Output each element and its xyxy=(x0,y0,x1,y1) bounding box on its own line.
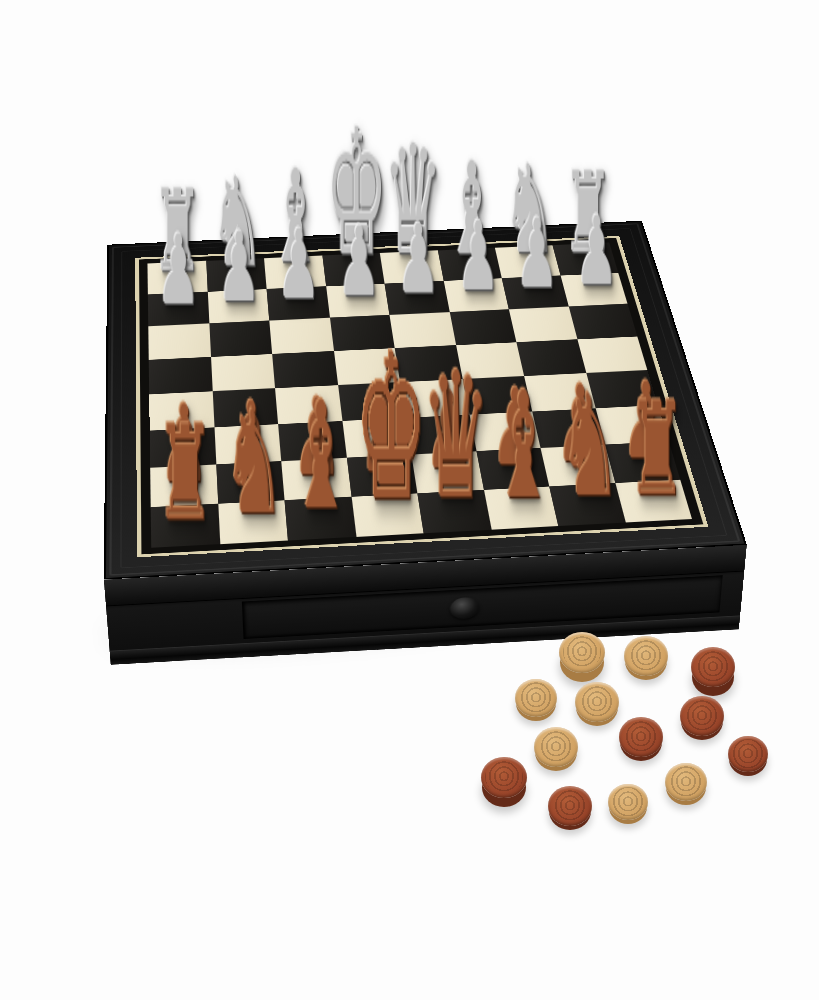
square-d5 xyxy=(333,348,400,385)
piece-black-silver-queen: ♛ xyxy=(384,125,443,276)
square-a2: ♟ xyxy=(150,464,218,506)
square-c1: ♝ xyxy=(285,497,356,541)
square-e5 xyxy=(395,345,462,382)
drawer-knob xyxy=(449,597,479,620)
chess-board-box: ♜♞♝♚♛♝♞♜♟♟♟♟♟♟♟♟♟♟♟♟♟♟♟♟♜♞♝♚♛♝♞♜ xyxy=(104,221,747,580)
square-d4 xyxy=(338,382,406,421)
square-a7: ♟ xyxy=(148,292,209,327)
square-a6 xyxy=(148,324,210,360)
square-h7: ♟ xyxy=(560,273,627,307)
square-b2: ♟ xyxy=(216,461,285,503)
square-b8: ♞ xyxy=(206,258,267,291)
piece-black-silver-bishop: ♝ xyxy=(266,153,325,282)
square-h2: ♟ xyxy=(605,441,680,482)
square-e6 xyxy=(390,312,456,348)
square-h8: ♜ xyxy=(552,243,618,276)
square-b6 xyxy=(209,321,272,357)
board-frame-top: ♜♞♝♚♛♝♞♜♟♟♟♟♟♟♟♟♟♟♟♟♟♟♟♟♜♞♝♚♛♝♞♜ xyxy=(104,221,747,580)
square-a4 xyxy=(149,391,214,430)
square-f7: ♟ xyxy=(443,278,509,312)
square-d8: ♚ xyxy=(322,253,385,286)
square-f1: ♝ xyxy=(483,486,558,529)
square-h3 xyxy=(595,405,669,445)
square-b5 xyxy=(211,354,276,391)
square-a1: ♜ xyxy=(151,503,220,547)
board-surface: ♜♞♝♚♛♝♞♜♟♟♟♟♟♟♟♟♟♟♟♟♟♟♟♟♜♞♝♚♛♝♞♜ xyxy=(135,236,708,557)
square-c6 xyxy=(269,318,333,354)
square-g7: ♟ xyxy=(502,275,569,309)
square-a8: ♜ xyxy=(147,261,207,294)
square-c2: ♟ xyxy=(281,458,351,500)
square-e2: ♟ xyxy=(411,451,483,493)
square-h6 xyxy=(568,304,637,339)
square-f2: ♟ xyxy=(476,448,549,490)
square-h1: ♜ xyxy=(615,479,692,522)
square-h5 xyxy=(577,336,647,373)
square-f4 xyxy=(462,376,532,414)
square-b1: ♞ xyxy=(218,500,288,544)
square-c4 xyxy=(275,385,342,424)
square-d1: ♚ xyxy=(351,493,424,537)
square-a5 xyxy=(149,357,212,395)
product-photo: ♜♞♝♚♛♝♞♜♟♟♟♟♟♟♟♟♟♟♟♟♟♟♟♟♜♞♝♚♛♝♞♜ xyxy=(0,0,819,1000)
square-d6 xyxy=(330,315,395,351)
square-c3 xyxy=(278,421,346,461)
square-g2: ♟ xyxy=(541,445,615,487)
square-f8: ♝ xyxy=(437,248,501,281)
board-scene: ♜♞♝♚♛♝♞♜♟♟♟♟♟♟♟♟♟♟♟♟♟♟♟♟♜♞♝♚♛♝♞♜ xyxy=(0,0,819,1000)
square-e1: ♛ xyxy=(417,490,491,534)
square-g5 xyxy=(516,339,585,376)
square-c5 xyxy=(272,351,338,388)
square-c7: ♟ xyxy=(267,286,330,321)
square-g1: ♞ xyxy=(549,483,625,526)
piece-black-silver-knight: ♞ xyxy=(500,148,559,271)
square-g8: ♞ xyxy=(495,245,560,278)
square-d3 xyxy=(342,418,411,458)
piece-black-silver-king: ♚ xyxy=(325,105,384,279)
square-e4 xyxy=(400,379,469,418)
piece-black-silver-rook: ♜ xyxy=(148,173,207,286)
piece-black-silver-knight: ♞ xyxy=(207,160,266,284)
square-b4 xyxy=(212,388,278,427)
square-c8: ♝ xyxy=(264,256,326,289)
square-e3 xyxy=(406,414,476,454)
square-g3 xyxy=(532,408,605,448)
piece-black-silver-bishop: ♝ xyxy=(442,145,501,273)
square-d2: ♟ xyxy=(346,455,417,497)
board-grid: ♜♞♝♚♛♝♞♜♟♟♟♟♟♟♟♟♟♟♟♟♟♟♟♟♜♞♝♚♛♝♞♜ xyxy=(147,243,692,548)
square-h4 xyxy=(586,370,658,408)
square-e8: ♛ xyxy=(380,250,443,283)
square-b7: ♟ xyxy=(207,289,269,324)
square-d7: ♟ xyxy=(326,283,390,317)
square-e7: ♟ xyxy=(385,281,450,315)
piece-black-silver-rook: ♜ xyxy=(558,156,616,268)
square-g4 xyxy=(524,373,595,411)
square-g6 xyxy=(509,307,577,342)
square-f3 xyxy=(469,411,541,451)
square-f5 xyxy=(456,342,524,379)
square-f6 xyxy=(449,309,516,345)
square-a3 xyxy=(150,427,216,468)
square-b3 xyxy=(214,424,281,465)
